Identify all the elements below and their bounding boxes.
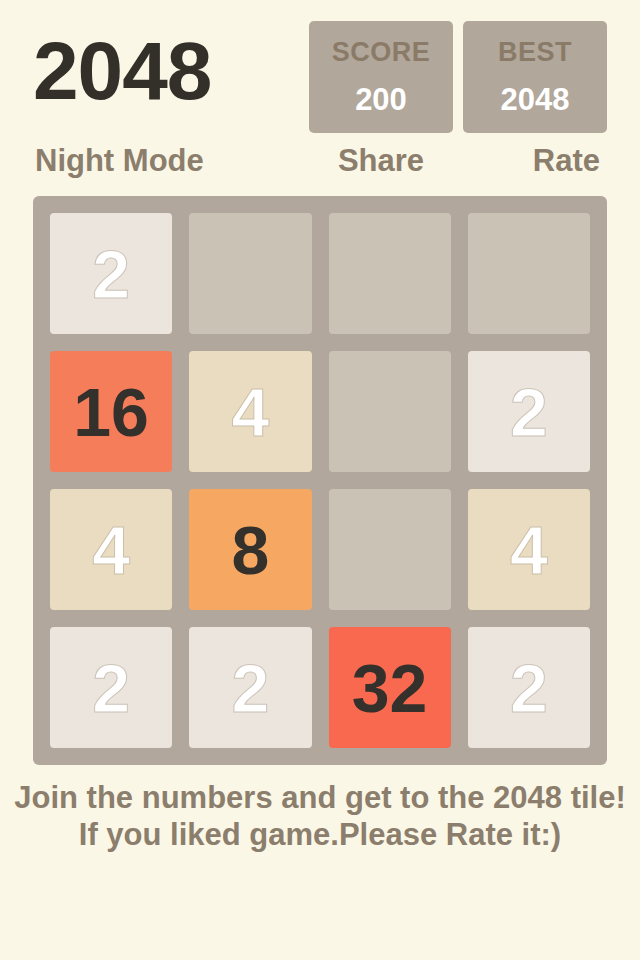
footer-line1: Join the numbers and get to the 2048 til… [0,779,640,816]
tile-4: 4 [189,351,311,472]
rate-button[interactable]: Rate [533,143,600,179]
empty-cell [329,213,451,334]
empty-cell [189,213,311,334]
night-mode-button[interactable]: Night Mode [35,143,204,179]
tile-2: 2 [468,627,590,748]
app: 2048 SCORE 200 BEST 2048 Night Mode Shar… [0,0,640,960]
share-button[interactable]: Share [309,143,453,179]
score-value: 200 [355,82,407,118]
tile-4: 4 [50,489,172,610]
board[interactable]: 2164248422322 [33,196,607,765]
tile-16: 16 [50,351,172,472]
best-value: 2048 [501,82,570,118]
tile-4: 4 [468,489,590,610]
tile-2: 2 [50,627,172,748]
tile-2: 2 [189,627,311,748]
best-label: BEST [498,37,572,68]
tile-2: 2 [468,351,590,472]
footer-text: Join the numbers and get to the 2048 til… [0,779,640,853]
tile-32: 32 [329,627,451,748]
empty-cell [468,213,590,334]
empty-cell [329,489,451,610]
footer-line2: If you liked game.Please Rate it:) [0,816,640,853]
score-box: SCORE 200 [309,21,453,133]
best-box: BEST 2048 [463,21,607,133]
app-title: 2048 [33,30,211,112]
score-label: SCORE [332,37,431,68]
tile-2: 2 [50,213,172,334]
tile-8: 8 [189,489,311,610]
empty-cell [329,351,451,472]
